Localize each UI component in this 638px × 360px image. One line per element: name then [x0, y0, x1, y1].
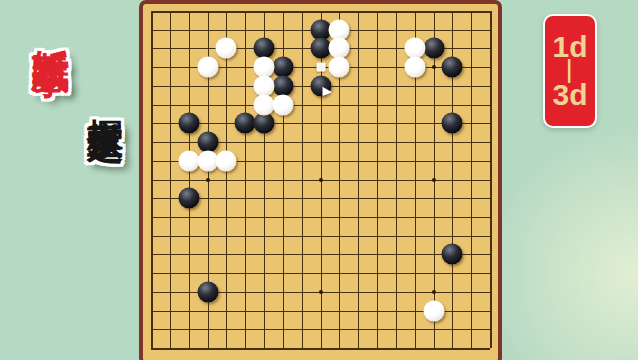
star-point — [432, 290, 436, 294]
stone-black — [442, 57, 463, 78]
grid-line-horizontal — [151, 236, 490, 237]
stone-black — [254, 113, 275, 134]
thumbnail-canvas: 斩断实战恶手 探索棋之正道 1d — 3d — [0, 0, 638, 360]
stone-black — [423, 38, 444, 59]
stone-white — [216, 38, 237, 59]
square-marker — [316, 63, 325, 72]
go-board — [139, 0, 502, 360]
title-text-red: 斩断实战恶手 — [25, 20, 75, 32]
star-point — [432, 178, 436, 182]
rank-top-label: 1d — [552, 32, 587, 62]
stone-black — [310, 75, 331, 96]
go-board-grid — [151, 11, 490, 348]
stone-black — [178, 113, 199, 134]
grid-line-vertical — [396, 11, 397, 348]
background-highlight-blob — [478, 118, 638, 360]
star-point — [432, 65, 436, 69]
stone-black — [442, 244, 463, 265]
stone-black — [197, 281, 218, 302]
grid-line-vertical — [377, 11, 378, 348]
grid-line-horizontal — [151, 329, 490, 330]
triangle-marker — [322, 86, 332, 96]
rank-bottom-label: 3d — [552, 80, 587, 110]
grid-line-horizontal — [151, 254, 490, 255]
grid-line-horizontal — [151, 273, 490, 274]
star-point — [319, 178, 323, 182]
stone-white — [178, 150, 199, 171]
stone-white — [197, 57, 218, 78]
grid-line-horizontal — [151, 217, 490, 218]
grid-line-vertical — [358, 11, 359, 348]
star-point — [319, 290, 323, 294]
stone-white — [329, 57, 350, 78]
stone-white — [404, 57, 425, 78]
rank-separator-dash: — — [561, 59, 579, 83]
grid-line-horizontal — [151, 198, 490, 199]
stone-white — [423, 300, 444, 321]
stone-black — [442, 113, 463, 134]
stone-black — [178, 188, 199, 209]
grid-line-horizontal — [151, 348, 490, 350]
grid-line-vertical — [471, 11, 472, 348]
stone-black — [235, 113, 256, 134]
stone-white — [216, 150, 237, 171]
grid-line-vertical — [490, 11, 492, 348]
star-point — [206, 178, 210, 182]
stone-white — [272, 94, 293, 115]
title-text-black: 探索棋之正道 — [80, 90, 129, 102]
rank-badge: 1d — 3d — [543, 14, 597, 128]
